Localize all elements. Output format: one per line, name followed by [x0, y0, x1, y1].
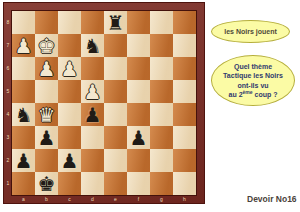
square-d6[interactable] [81, 57, 104, 80]
square-c7[interactable] [58, 34, 81, 57]
white-pawn: ♟ [15, 36, 33, 56]
square-h6[interactable] [173, 57, 196, 80]
square-d5[interactable]: ♟ [81, 80, 104, 103]
square-d1[interactable] [81, 172, 104, 195]
square-h3[interactable] [173, 126, 196, 149]
white-king: ♚ [38, 36, 56, 56]
question-line: Quel thème [234, 62, 272, 72]
square-h2[interactable] [173, 149, 196, 172]
black-rook: ♜ [107, 13, 125, 33]
black-king: ♚ [38, 174, 56, 194]
square-e2[interactable] [104, 149, 127, 172]
square-d3[interactable] [81, 126, 104, 149]
square-b2[interactable] [35, 149, 58, 172]
square-a2[interactable]: ♟ [12, 149, 35, 172]
file-label: b [35, 196, 58, 203]
square-b5[interactable] [35, 80, 58, 103]
square-d7[interactable]: ♞ [81, 34, 104, 57]
file-label: d [81, 196, 104, 203]
file-label: f [127, 196, 150, 203]
rank-label: 7 [5, 34, 11, 57]
square-h5[interactable] [173, 80, 196, 103]
square-b4[interactable]: ♛ [35, 103, 58, 126]
square-f5[interactable] [127, 80, 150, 103]
rank-label: 2 [5, 149, 11, 172]
square-c4[interactable] [58, 103, 81, 126]
rank-label: 5 [5, 80, 11, 103]
square-g6[interactable] [150, 57, 173, 80]
square-c2[interactable]: ♟ [58, 149, 81, 172]
square-b1[interactable]: ♚ [35, 172, 58, 195]
question-line: au 2ème coup ? [229, 90, 278, 100]
assignment-label: Devoir No16 [247, 194, 297, 204]
square-d4[interactable]: ♟ [81, 103, 104, 126]
square-e7[interactable] [104, 34, 127, 57]
black-to-move-bubble: les Noirs jouent [211, 20, 290, 43]
black-to-move-label: les Noirs jouent [224, 28, 277, 35]
black-knight: ♞ [15, 105, 33, 125]
rank-label: 1 [5, 172, 11, 195]
rank-label: 6 [5, 57, 11, 80]
square-e5[interactable] [104, 80, 127, 103]
square-c6[interactable]: ♟ [58, 57, 81, 80]
file-label: c [58, 196, 81, 203]
rank-label: 8 [5, 11, 11, 34]
square-f1[interactable] [127, 172, 150, 195]
square-e1[interactable] [104, 172, 127, 195]
square-h8[interactable] [173, 11, 196, 34]
black-pawn: ♟ [61, 151, 79, 171]
square-e8[interactable]: ♜ [104, 11, 127, 34]
square-g3[interactable] [150, 126, 173, 149]
square-c1[interactable] [58, 172, 81, 195]
square-g8[interactable] [150, 11, 173, 34]
square-a1[interactable] [12, 172, 35, 195]
black-pawn: ♟ [84, 105, 102, 125]
file-label: e [104, 196, 127, 203]
square-a7[interactable]: ♟ [12, 34, 35, 57]
square-h4[interactable] [173, 103, 196, 126]
square-d8[interactable] [81, 11, 104, 34]
file-labels: abcdefgh [12, 196, 196, 203]
board-grid: ♜♟♚♞♟♟♟♞♛♟♟♟♟♟♚ [11, 10, 197, 196]
square-b7[interactable]: ♚ [35, 34, 58, 57]
square-c8[interactable] [58, 11, 81, 34]
square-g4[interactable] [150, 103, 173, 126]
square-f8[interactable] [127, 11, 150, 34]
square-e6[interactable] [104, 57, 127, 80]
square-h1[interactable] [173, 172, 196, 195]
white-pawn: ♟ [84, 82, 102, 102]
square-c5[interactable] [58, 80, 81, 103]
black-pawn: ♟ [15, 151, 33, 171]
square-g1[interactable] [150, 172, 173, 195]
square-f3[interactable]: ♟ [127, 126, 150, 149]
square-b8[interactable] [35, 11, 58, 34]
rank-labels: 87654321 [5, 11, 11, 195]
square-h7[interactable] [173, 34, 196, 57]
square-a6[interactable] [12, 57, 35, 80]
chess-board: ♜♟♚♞♟♟♟♞♛♟♟♟♟♟♚ 87654321 abcdefgh [3, 2, 205, 204]
square-f6[interactable] [127, 57, 150, 80]
black-knight: ♞ [84, 36, 102, 56]
question-bubble: Quel thème Tactique les Noirs ont-ils vu… [211, 55, 295, 106]
rank-label: 4 [5, 103, 11, 126]
square-g2[interactable] [150, 149, 173, 172]
square-a3[interactable] [12, 126, 35, 149]
question-line: Tactique les Noirs [223, 71, 283, 81]
white-pawn: ♟ [61, 59, 79, 79]
square-d2[interactable] [81, 149, 104, 172]
file-label: h [173, 196, 196, 203]
square-a5[interactable] [12, 80, 35, 103]
square-g7[interactable] [150, 34, 173, 57]
square-c3[interactable] [58, 126, 81, 149]
square-g5[interactable] [150, 80, 173, 103]
square-a4[interactable]: ♞ [12, 103, 35, 126]
square-b6[interactable]: ♟ [35, 57, 58, 80]
file-label: g [150, 196, 173, 203]
file-label: a [12, 196, 35, 203]
white-queen: ♛ [38, 105, 56, 125]
black-pawn: ♟ [130, 128, 148, 148]
square-e4[interactable] [104, 103, 127, 126]
square-f2[interactable] [127, 149, 150, 172]
square-a8[interactable] [12, 11, 35, 34]
white-pawn: ♟ [38, 59, 56, 79]
square-b3[interactable]: ♟ [35, 126, 58, 149]
black-pawn: ♟ [38, 128, 56, 148]
rank-label: 3 [5, 126, 11, 149]
square-e3[interactable] [104, 126, 127, 149]
square-f7[interactable] [127, 34, 150, 57]
square-f4[interactable] [127, 103, 150, 126]
